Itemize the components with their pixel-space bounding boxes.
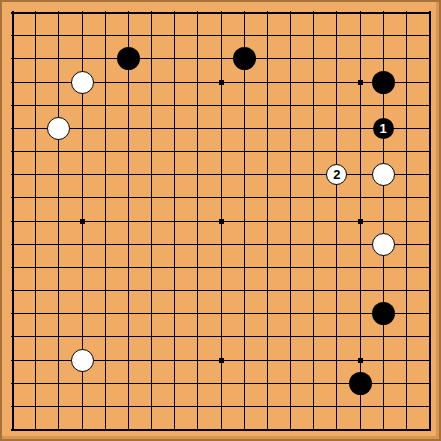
star-point <box>219 80 224 85</box>
white-stone[interactable] <box>71 349 94 372</box>
star-point <box>358 219 363 224</box>
black-stone[interactable] <box>349 372 372 395</box>
move-number: 1 <box>380 122 387 135</box>
grid-line-horizontal <box>11 336 431 337</box>
grid-line-horizontal <box>11 244 431 245</box>
black-stone[interactable] <box>372 302 395 325</box>
grid-line-vertical <box>244 11 245 431</box>
grid-line-vertical <box>406 11 407 431</box>
white-stone[interactable]: 2 <box>326 164 347 185</box>
star-point <box>80 219 85 224</box>
grid-line-horizontal <box>11 429 431 431</box>
grid-line-horizontal <box>11 290 431 291</box>
grid-line-vertical <box>336 11 337 431</box>
grid-line-vertical <box>313 11 314 431</box>
grid-line-horizontal <box>11 267 431 268</box>
grid-line-horizontal <box>11 313 431 314</box>
move-number: 2 <box>333 168 340 181</box>
white-stone[interactable] <box>71 71 94 94</box>
black-stone[interactable] <box>372 71 395 94</box>
go-board: 12 <box>0 0 441 441</box>
grid-line-vertical <box>290 11 291 431</box>
grid-line-vertical <box>267 11 268 431</box>
white-stone[interactable] <box>372 233 395 256</box>
grid-line-vertical <box>429 11 431 431</box>
star-point <box>219 358 224 363</box>
black-stone[interactable]: 1 <box>373 118 394 139</box>
star-point <box>358 80 363 85</box>
white-stone[interactable] <box>372 163 395 186</box>
black-stone[interactable] <box>233 47 256 70</box>
white-stone[interactable] <box>47 117 70 140</box>
star-point <box>358 358 363 363</box>
grid-line-horizontal <box>11 406 431 407</box>
black-stone[interactable] <box>117 47 140 70</box>
star-point <box>219 219 224 224</box>
